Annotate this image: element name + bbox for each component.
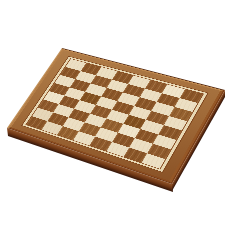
chessboard	[7, 48, 225, 184]
photo-background	[0, 0, 228, 228]
